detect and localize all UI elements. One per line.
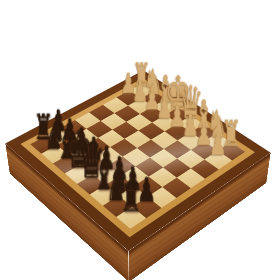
board-frame: ♜♞♝♚♛♝♞♜♟♟♟♟♟♟♟♟♟♟♟♟♟♟♟♟♜♞♝♚♛♝♞♜	[5, 70, 270, 251]
piece-black-rook-a8[interactable]: ♜	[99, 181, 163, 218]
perspective-camera: ♜♞♝♚♛♝♞♜♟♟♟♟♟♟♟♟♟♟♟♟♟♟♟♟♜♞♝♚♛♝♞♜	[0, 0, 280, 280]
product-photo-scene: ♜♞♝♚♛♝♞♜♟♟♟♟♟♟♟♟♟♟♟♟♟♟♟♟♜♞♝♚♛♝♞♜	[0, 0, 280, 280]
square-a8[interactable]: ♜	[116, 207, 146, 229]
chess-board: ♜♞♝♚♛♝♞♜♟♟♟♟♟♟♟♟♟♟♟♟♟♟♟♟♜♞♝♚♛♝♞♜	[5, 70, 270, 251]
piece-white-pawn-a2[interactable]: ♟	[189, 131, 248, 160]
